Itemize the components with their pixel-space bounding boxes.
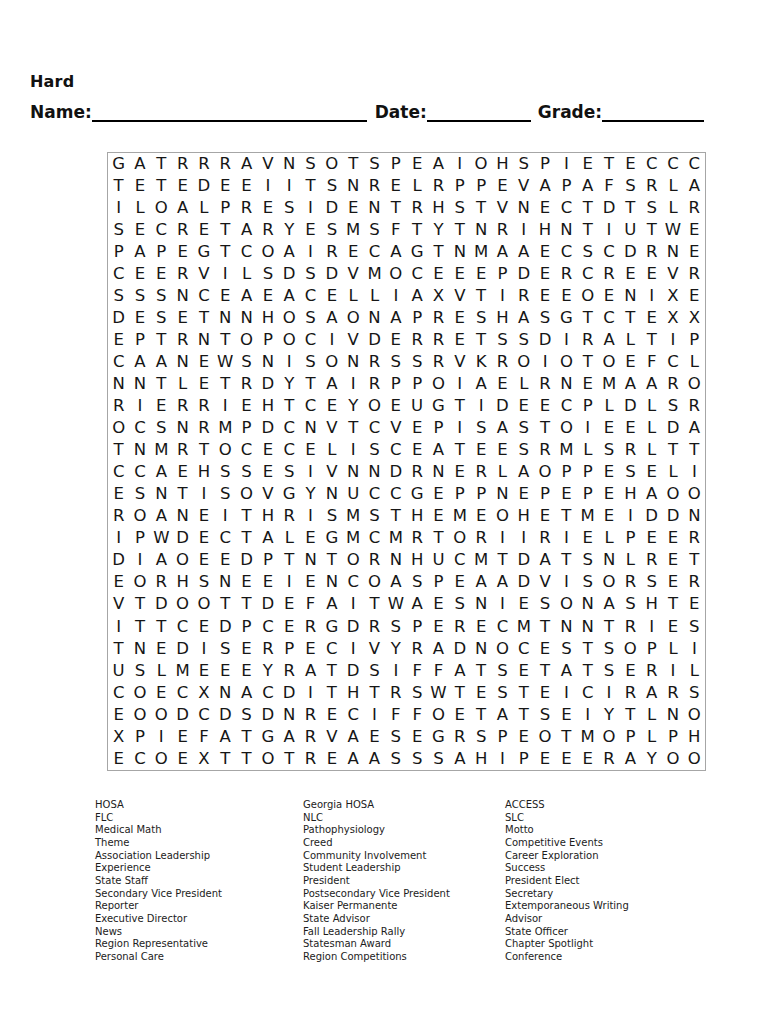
grid-cell[interactable]: X [193, 748, 214, 770]
grid-cell[interactable]: M [172, 660, 193, 682]
grid-cell[interactable]: N [279, 704, 300, 726]
grid-cell[interactable]: E [129, 263, 150, 285]
grid-cell[interactable]: E [193, 550, 214, 572]
grid-cell[interactable]: O [129, 704, 150, 726]
grid-cell[interactable]: A [385, 241, 406, 263]
grid-cell[interactable]: C [300, 329, 321, 351]
grid-cell[interactable]: P [428, 572, 449, 594]
grid-cell[interactable]: W [662, 219, 683, 241]
grid-cell[interactable]: I [257, 175, 278, 197]
grid-cell[interactable]: D [620, 395, 641, 417]
grid-cell[interactable]: A [620, 373, 641, 395]
grid-cell[interactable]: A [236, 153, 257, 175]
grid-cell[interactable]: S [300, 153, 321, 175]
grid-cell[interactable]: N [598, 550, 619, 572]
grid-cell[interactable]: L [406, 175, 427, 197]
grid-cell[interactable]: I [364, 704, 385, 726]
grid-cell[interactable]: O [428, 704, 449, 726]
grid-cell[interactable]: O [215, 439, 236, 461]
grid-cell[interactable]: E [193, 660, 214, 682]
grid-cell[interactable]: T [577, 219, 598, 241]
grid-cell[interactable]: E [257, 572, 278, 594]
grid-cell[interactable]: D [343, 660, 364, 682]
grid-cell[interactable]: O [257, 748, 278, 770]
grid-cell[interactable]: R [257, 638, 278, 660]
grid-cell[interactable]: D [257, 417, 278, 439]
grid-cell[interactable]: L [492, 462, 513, 484]
grid-cell[interactable]: R [300, 726, 321, 748]
grid-cell[interactable]: T [684, 439, 705, 461]
grid-cell[interactable]: P [620, 726, 641, 748]
grid-cell[interactable]: D [534, 329, 555, 351]
grid-cell[interactable]: T [470, 197, 491, 219]
grid-cell[interactable]: S [534, 307, 555, 329]
grid-cell[interactable]: N [215, 307, 236, 329]
grid-cell[interactable]: E [641, 263, 662, 285]
grid-cell[interactable]: I [449, 373, 470, 395]
grid-cell[interactable]: E [236, 660, 257, 682]
grid-cell[interactable]: A [577, 175, 598, 197]
grid-cell[interactable]: C [257, 616, 278, 638]
grid-cell[interactable]: E [321, 395, 342, 417]
grid-cell[interactable]: S [151, 417, 172, 439]
grid-cell[interactable]: I [556, 572, 577, 594]
grid-cell[interactable]: I [492, 594, 513, 616]
grid-cell[interactable]: R [641, 241, 662, 263]
grid-cell[interactable]: L [343, 285, 364, 307]
grid-cell[interactable]: I [151, 726, 172, 748]
grid-cell[interactable]: N [577, 616, 598, 638]
grid-cell[interactable]: E [151, 263, 172, 285]
grid-cell[interactable]: I [300, 682, 321, 704]
grid-cell[interactable]: S [492, 682, 513, 704]
grid-cell[interactable]: S [193, 572, 214, 594]
grid-cell[interactable]: C [556, 395, 577, 417]
grid-cell[interactable]: E [556, 484, 577, 506]
grid-cell[interactable]: C [108, 263, 129, 285]
grid-cell[interactable]: V [449, 285, 470, 307]
grid-cell[interactable]: E [172, 307, 193, 329]
grid-cell[interactable]: T [321, 660, 342, 682]
grid-cell[interactable]: R [406, 329, 427, 351]
grid-cell[interactable]: C [300, 285, 321, 307]
grid-cell[interactable]: E [684, 241, 705, 263]
grid-cell[interactable]: S [151, 307, 172, 329]
grid-cell[interactable]: E [534, 395, 555, 417]
grid-cell[interactable]: A [641, 484, 662, 506]
grid-cell[interactable]: E [662, 550, 683, 572]
grid-cell[interactable]: E [343, 197, 364, 219]
grid-cell[interactable]: O [449, 528, 470, 550]
grid-cell[interactable]: A [236, 285, 257, 307]
grid-cell[interactable]: T [279, 550, 300, 572]
grid-cell[interactable]: N [236, 307, 257, 329]
grid-cell[interactable]: D [215, 704, 236, 726]
grid-cell[interactable]: S [598, 439, 619, 461]
grid-cell[interactable]: T [215, 373, 236, 395]
grid-cell[interactable]: A [385, 572, 406, 594]
grid-cell[interactable]: I [534, 351, 555, 373]
grid-cell[interactable]: P [449, 484, 470, 506]
grid-cell[interactable]: D [641, 506, 662, 528]
grid-cell[interactable]: T [470, 704, 491, 726]
grid-cell[interactable]: D [598, 197, 619, 219]
grid-cell[interactable]: H [257, 395, 278, 417]
grid-cell[interactable]: R [641, 175, 662, 197]
grid-cell[interactable]: S [406, 748, 427, 770]
grid-cell[interactable]: Y [279, 373, 300, 395]
grid-cell[interactable]: I [470, 395, 491, 417]
grid-cell[interactable]: E [641, 528, 662, 550]
grid-cell[interactable]: E [193, 528, 214, 550]
grid-cell[interactable]: E [428, 506, 449, 528]
grid-cell[interactable]: A [279, 285, 300, 307]
grid-cell[interactable]: C [129, 417, 150, 439]
grid-cell[interactable]: I [343, 373, 364, 395]
grid-cell[interactable]: O [598, 726, 619, 748]
grid-cell[interactable]: S [598, 660, 619, 682]
grid-cell[interactable]: S [321, 175, 342, 197]
grid-cell[interactable]: O [684, 704, 705, 726]
grid-cell[interactable]: L [662, 638, 683, 660]
grid-cell[interactable]: T [300, 175, 321, 197]
grid-cell[interactable]: A [534, 175, 555, 197]
grid-cell[interactable]: A [279, 241, 300, 263]
grid-cell[interactable]: E [513, 395, 534, 417]
grid-cell[interactable]: P [577, 484, 598, 506]
grid-cell[interactable]: N [343, 351, 364, 373]
grid-cell[interactable]: T [620, 307, 641, 329]
grid-cell[interactable]: G [108, 153, 129, 175]
grid-cell[interactable]: I [215, 395, 236, 417]
grid-cell[interactable]: R [406, 197, 427, 219]
grid-cell[interactable]: A [534, 550, 555, 572]
grid-cell[interactable]: L [364, 285, 385, 307]
grid-cell[interactable]: N [129, 638, 150, 660]
grid-cell[interactable]: O [364, 572, 385, 594]
grid-cell[interactable]: L [684, 351, 705, 373]
grid-cell[interactable]: N [620, 285, 641, 307]
grid-cell[interactable]: A [343, 748, 364, 770]
grid-cell[interactable]: O [129, 506, 150, 528]
grid-cell[interactable]: S [492, 329, 513, 351]
grid-cell[interactable]: A [641, 373, 662, 395]
grid-cell[interactable]: I [556, 329, 577, 351]
grid-cell[interactable]: C [300, 395, 321, 417]
grid-cell[interactable]: E [598, 506, 619, 528]
grid-cell[interactable]: Y [279, 219, 300, 241]
grid-cell[interactable]: R [534, 373, 555, 395]
grid-cell[interactable]: C [364, 417, 385, 439]
grid-cell[interactable]: D [513, 550, 534, 572]
grid-cell[interactable]: S [470, 726, 491, 748]
grid-cell[interactable]: Y [598, 704, 619, 726]
grid-cell[interactable]: C [193, 285, 214, 307]
grid-cell[interactable]: E [492, 439, 513, 461]
grid-cell[interactable]: T [556, 550, 577, 572]
grid-cell[interactable]: E [534, 748, 555, 770]
grid-cell[interactable]: I [129, 550, 150, 572]
grid-cell[interactable]: C [577, 682, 598, 704]
grid-cell[interactable]: R [193, 395, 214, 417]
grid-cell[interactable]: P [470, 484, 491, 506]
grid-cell[interactable]: M [577, 726, 598, 748]
grid-cell[interactable]: O [343, 307, 364, 329]
grid-cell[interactable]: E [236, 572, 257, 594]
grid-cell[interactable]: T [428, 528, 449, 550]
grid-cell[interactable]: R [620, 682, 641, 704]
grid-cell[interactable]: A [129, 241, 150, 263]
grid-cell[interactable]: A [172, 197, 193, 219]
grid-cell[interactable]: N [364, 462, 385, 484]
grid-cell[interactable]: N [364, 197, 385, 219]
grid-cell[interactable]: O [662, 484, 683, 506]
grid-cell[interactable]: N [300, 417, 321, 439]
grid-cell[interactable]: S [215, 484, 236, 506]
grid-cell[interactable]: U [406, 395, 427, 417]
grid-cell[interactable]: W [215, 351, 236, 373]
grid-cell[interactable]: I [108, 197, 129, 219]
grid-cell[interactable]: M [513, 616, 534, 638]
grid-cell[interactable]: N [215, 682, 236, 704]
grid-cell[interactable]: I [279, 572, 300, 594]
grid-cell[interactable]: E [556, 748, 577, 770]
grid-cell[interactable]: E [385, 175, 406, 197]
grid-cell[interactable]: E [428, 616, 449, 638]
grid-cell[interactable]: T [108, 439, 129, 461]
grid-cell[interactable]: C [279, 417, 300, 439]
grid-cell[interactable]: X [428, 285, 449, 307]
grid-cell[interactable]: C [556, 241, 577, 263]
grid-cell[interactable]: O [556, 417, 577, 439]
grid-cell[interactable]: V [513, 175, 534, 197]
grid-cell[interactable]: D [172, 638, 193, 660]
grid-cell[interactable]: I [598, 682, 619, 704]
grid-cell[interactable]: I [556, 528, 577, 550]
grid-cell[interactable]: O [257, 241, 278, 263]
grid-cell[interactable]: T [534, 417, 555, 439]
grid-cell[interactable]: E [321, 704, 342, 726]
grid-cell[interactable]: N [577, 594, 598, 616]
grid-cell[interactable]: D [449, 638, 470, 660]
grid-cell[interactable]: S [300, 307, 321, 329]
grid-cell[interactable]: R [428, 307, 449, 329]
grid-cell[interactable]: R [556, 263, 577, 285]
grid-cell[interactable]: I [492, 528, 513, 550]
grid-cell[interactable]: C [492, 616, 513, 638]
grid-cell[interactable]: P [236, 417, 257, 439]
grid-cell[interactable]: C [108, 351, 129, 373]
grid-cell[interactable]: M [470, 241, 491, 263]
grid-cell[interactable]: T [534, 616, 555, 638]
grid-cell[interactable]: A [684, 417, 705, 439]
grid-cell[interactable]: D [193, 175, 214, 197]
grid-cell[interactable]: A [684, 175, 705, 197]
grid-cell[interactable]: T [641, 329, 662, 351]
grid-cell[interactable]: R [300, 616, 321, 638]
grid-cell[interactable]: E [151, 682, 172, 704]
grid-cell[interactable]: E [684, 285, 705, 307]
grid-cell[interactable]: E [279, 594, 300, 616]
grid-cell[interactable]: E [449, 704, 470, 726]
grid-cell[interactable]: E [300, 528, 321, 550]
grid-cell[interactable]: E [662, 616, 683, 638]
grid-cell[interactable]: Y [300, 484, 321, 506]
grid-cell[interactable]: L [321, 439, 342, 461]
grid-cell[interactable]: A [620, 748, 641, 770]
grid-cell[interactable]: E [534, 241, 555, 263]
grid-cell[interactable]: F [406, 704, 427, 726]
grid-cell[interactable]: O [279, 329, 300, 351]
grid-cell[interactable]: G [556, 307, 577, 329]
grid-cell[interactable]: T [364, 594, 385, 616]
grid-cell[interactable]: N [321, 572, 342, 594]
grid-cell[interactable]: I [513, 219, 534, 241]
grid-cell[interactable]: L [641, 726, 662, 748]
grid-cell[interactable]: O [534, 726, 555, 748]
grid-cell[interactable]: O [321, 351, 342, 373]
grid-cell[interactable]: S [620, 462, 641, 484]
grid-cell[interactable]: F [300, 594, 321, 616]
grid-cell[interactable]: E [556, 285, 577, 307]
grid-cell[interactable]: H [470, 748, 491, 770]
grid-cell[interactable]: N [470, 594, 491, 616]
grid-cell[interactable]: N [257, 351, 278, 373]
grid-cell[interactable]: E [620, 263, 641, 285]
grid-cell[interactable]: D [385, 462, 406, 484]
grid-cell[interactable]: E [449, 307, 470, 329]
grid-cell[interactable]: T [385, 506, 406, 528]
grid-cell[interactable]: E [193, 219, 214, 241]
grid-cell[interactable]: I [300, 197, 321, 219]
grid-cell[interactable]: R [641, 660, 662, 682]
grid-cell[interactable]: C [385, 484, 406, 506]
grid-cell[interactable]: G [406, 484, 427, 506]
grid-cell[interactable]: O [577, 285, 598, 307]
grid-cell[interactable]: M [385, 528, 406, 550]
grid-cell[interactable]: P [257, 329, 278, 351]
grid-cell[interactable]: E [470, 506, 491, 528]
grid-cell[interactable]: R [279, 660, 300, 682]
grid-cell[interactable]: R [172, 263, 193, 285]
grid-cell[interactable]: E [449, 462, 470, 484]
grid-cell[interactable]: F [428, 660, 449, 682]
grid-cell[interactable]: I [215, 506, 236, 528]
grid-cell[interactable]: E [684, 594, 705, 616]
grid-cell[interactable]: T [172, 484, 193, 506]
grid-cell[interactable]: C [108, 462, 129, 484]
grid-cell[interactable]: T [215, 748, 236, 770]
grid-cell[interactable]: I [385, 285, 406, 307]
grid-cell[interactable]: I [662, 329, 683, 351]
grid-cell[interactable]: E [577, 748, 598, 770]
grid-cell[interactable]: N [279, 153, 300, 175]
grid-cell[interactable]: S [279, 462, 300, 484]
grid-cell[interactable]: S [300, 263, 321, 285]
grid-cell[interactable]: A [343, 726, 364, 748]
grid-cell[interactable]: E [257, 197, 278, 219]
grid-cell[interactable]: R [662, 682, 683, 704]
grid-cell[interactable]: I [492, 285, 513, 307]
grid-cell[interactable]: E [620, 351, 641, 373]
grid-cell[interactable]: S [236, 704, 257, 726]
grid-cell[interactable]: E [662, 572, 683, 594]
grid-cell[interactable]: I [215, 263, 236, 285]
grid-cell[interactable]: P [406, 373, 427, 395]
grid-cell[interactable]: L [662, 175, 683, 197]
grid-cell[interactable]: O [470, 153, 491, 175]
grid-cell[interactable]: O [236, 484, 257, 506]
grid-cell[interactable]: O [620, 638, 641, 660]
grid-cell[interactable]: R [172, 153, 193, 175]
grid-cell[interactable]: E [598, 484, 619, 506]
grid-cell[interactable]: R [534, 439, 555, 461]
grid-cell[interactable]: M [470, 550, 491, 572]
grid-cell[interactable]: M [364, 263, 385, 285]
grid-cell[interactable]: T [236, 726, 257, 748]
grid-cell[interactable]: R [513, 285, 534, 307]
grid-cell[interactable]: S [385, 748, 406, 770]
grid-cell[interactable]: C [343, 704, 364, 726]
grid-cell[interactable]: E [236, 638, 257, 660]
grid-cell[interactable]: A [598, 594, 619, 616]
grid-cell[interactable]: T [300, 373, 321, 395]
grid-cell[interactable]: S [236, 351, 257, 373]
grid-cell[interactable]: C [598, 241, 619, 263]
grid-cell[interactable]: R [406, 462, 427, 484]
grid-cell[interactable]: O [321, 153, 342, 175]
grid-cell[interactable]: D [492, 395, 513, 417]
grid-cell[interactable]: R [428, 175, 449, 197]
grid-cell[interactable]: C [172, 616, 193, 638]
grid-cell[interactable]: P [641, 638, 662, 660]
grid-cell[interactable]: E [321, 748, 342, 770]
grid-cell[interactable]: R [449, 616, 470, 638]
grid-cell[interactable]: O [151, 748, 172, 770]
grid-cell[interactable]: S [470, 307, 491, 329]
grid-cell[interactable]: I [343, 439, 364, 461]
grid-cell[interactable]: P [684, 329, 705, 351]
grid-cell[interactable]: E [193, 616, 214, 638]
grid-cell[interactable]: P [108, 241, 129, 263]
grid-cell[interactable]: N [684, 506, 705, 528]
grid-cell[interactable]: C [662, 153, 683, 175]
grid-cell[interactable]: C [257, 682, 278, 704]
grid-cell[interactable]: I [577, 704, 598, 726]
grid-cell[interactable]: T [406, 219, 427, 241]
grid-cell[interactable]: D [513, 572, 534, 594]
grid-cell[interactable]: A [321, 307, 342, 329]
grid-cell[interactable]: F [385, 219, 406, 241]
grid-cell[interactable]: S [684, 616, 705, 638]
grid-cell[interactable]: T [151, 175, 172, 197]
grid-cell[interactable]: E [300, 638, 321, 660]
grid-cell[interactable]: E [598, 462, 619, 484]
grid-cell[interactable]: E [406, 726, 427, 748]
grid-cell[interactable]: D [215, 616, 236, 638]
grid-cell[interactable]: R [620, 616, 641, 638]
grid-cell[interactable]: I [321, 329, 342, 351]
grid-cell[interactable]: E [577, 373, 598, 395]
grid-cell[interactable]: A [321, 373, 342, 395]
grid-cell[interactable]: T [534, 660, 555, 682]
grid-cell[interactable]: T [470, 329, 491, 351]
grid-cell[interactable]: A [492, 417, 513, 439]
grid-cell[interactable]: W [428, 682, 449, 704]
grid-cell[interactable]: E [470, 263, 491, 285]
grid-cell[interactable]: E [193, 506, 214, 528]
grid-cell[interactable]: S [385, 351, 406, 373]
